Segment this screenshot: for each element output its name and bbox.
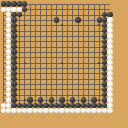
white-stone xyxy=(43,108,49,114)
white-stone xyxy=(107,108,113,114)
white-stone xyxy=(107,49,113,55)
white-stone xyxy=(107,33,113,39)
black-stone xyxy=(91,97,97,103)
star-point xyxy=(24,62,26,64)
black-stone xyxy=(11,17,17,23)
star-point xyxy=(24,99,26,101)
white-stone xyxy=(11,108,17,114)
black-stone xyxy=(11,1,17,7)
black-stone xyxy=(11,49,17,55)
black-stone xyxy=(54,17,60,23)
black-stone xyxy=(11,97,17,103)
white-stone xyxy=(59,108,65,114)
black-stone xyxy=(11,33,17,39)
black-stone xyxy=(75,17,81,23)
white-stone xyxy=(75,108,81,114)
white-stone xyxy=(107,97,113,103)
black-stone xyxy=(49,97,55,103)
white-stone xyxy=(27,108,33,114)
black-stone xyxy=(38,97,44,103)
black-stone xyxy=(11,65,17,71)
black-stone xyxy=(11,81,17,87)
black-stone xyxy=(27,97,33,103)
white-stone xyxy=(107,17,113,23)
black-stone xyxy=(22,1,28,7)
go-board[interactable] xyxy=(0,0,128,128)
star-point xyxy=(61,62,63,64)
white-stone xyxy=(107,65,113,71)
black-stone xyxy=(70,97,76,103)
black-stone xyxy=(81,97,87,103)
black-stone xyxy=(59,97,65,103)
white-stone xyxy=(91,108,97,114)
white-stone xyxy=(107,81,113,87)
